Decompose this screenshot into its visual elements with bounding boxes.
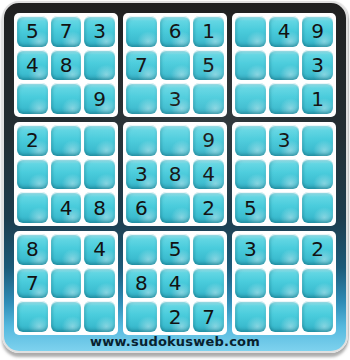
cell-r2c7[interactable] [235,50,266,81]
cell-r3c4[interactable] [126,83,157,114]
cell-r9c3[interactable] [84,301,115,332]
cell-r6c3[interactable]: 8 [84,192,115,223]
cell-r3c6[interactable] [193,83,224,114]
cell-r3c2[interactable] [51,83,82,114]
cell-r6c4[interactable]: 6 [126,192,157,223]
cell-r6c9[interactable] [302,192,333,223]
cell-r7c9[interactable]: 2 [302,234,333,265]
cell-r5c5[interactable]: 8 [160,159,191,190]
cell-r2c5[interactable] [160,50,191,81]
cell-r9c4[interactable] [126,301,157,332]
box-7: 847 [14,231,118,335]
cell-r7c1[interactable]: 8 [17,234,48,265]
cell-r7c5[interactable]: 5 [160,234,191,265]
cell-r5c4[interactable]: 3 [126,159,157,190]
cell-r4c3[interactable] [84,125,115,156]
cell-r1c3[interactable]: 3 [84,16,115,47]
sudoku-frame: 573489617534931248938462358475842732 www… [2,1,348,353]
cell-r8c2[interactable] [51,268,82,299]
footer-url[interactable]: www.sudokusweb.com [4,333,346,350]
cell-r6c2[interactable]: 4 [51,192,82,223]
cell-r8c1[interactable]: 7 [17,268,48,299]
box-5: 938462 [123,122,227,226]
cell-r3c8[interactable] [269,83,300,114]
cell-r3c7[interactable] [235,83,266,114]
cell-r6c6[interactable]: 2 [193,192,224,223]
cell-r2c2[interactable]: 8 [51,50,82,81]
cell-r8c5[interactable]: 4 [160,268,191,299]
cell-r7c4[interactable] [126,234,157,265]
cell-r8c9[interactable] [302,268,333,299]
cell-r4c7[interactable] [235,125,266,156]
cell-r3c1[interactable] [17,83,48,114]
cell-r8c6[interactable] [193,268,224,299]
cell-r9c2[interactable] [51,301,82,332]
cell-r9c7[interactable] [235,301,266,332]
cell-r8c8[interactable] [269,268,300,299]
cell-r9c8[interactable] [269,301,300,332]
cell-r4c9[interactable] [302,125,333,156]
cell-r5c8[interactable] [269,159,300,190]
cell-r3c9[interactable]: 1 [302,83,333,114]
cell-r4c6[interactable]: 9 [193,125,224,156]
cell-r4c5[interactable] [160,125,191,156]
cell-r9c9[interactable] [302,301,333,332]
cell-r1c2[interactable]: 7 [51,16,82,47]
cell-r1c8[interactable]: 4 [269,16,300,47]
cell-r2c4[interactable]: 7 [126,50,157,81]
cell-r4c4[interactable] [126,125,157,156]
cell-r2c1[interactable]: 4 [17,50,48,81]
cell-r1c7[interactable] [235,16,266,47]
sudoku-board: 573489617534931248938462358475842732 [14,13,336,335]
cell-r6c7[interactable]: 5 [235,192,266,223]
cell-r7c7[interactable]: 3 [235,234,266,265]
cell-r9c1[interactable] [17,301,48,332]
cell-r5c9[interactable] [302,159,333,190]
cell-r4c2[interactable] [51,125,82,156]
cell-r7c8[interactable] [269,234,300,265]
cell-r6c5[interactable] [160,192,191,223]
cell-r5c3[interactable] [84,159,115,190]
box-8: 58427 [123,231,227,335]
cell-r9c5[interactable]: 2 [160,301,191,332]
cell-r8c7[interactable] [235,268,266,299]
box-4: 248 [14,122,118,226]
cell-r2c9[interactable]: 3 [302,50,333,81]
cell-r1c9[interactable]: 9 [302,16,333,47]
box-3: 4931 [232,13,336,117]
cell-r1c1[interactable]: 5 [17,16,48,47]
cell-r1c5[interactable]: 6 [160,16,191,47]
cell-r7c3[interactable]: 4 [84,234,115,265]
cell-r7c6[interactable] [193,234,224,265]
box-6: 35 [232,122,336,226]
cell-r1c4[interactable] [126,16,157,47]
cell-r8c3[interactable] [84,268,115,299]
cell-r7c2[interactable] [51,234,82,265]
cell-r8c4[interactable]: 8 [126,268,157,299]
cell-r9c6[interactable]: 7 [193,301,224,332]
cell-r5c7[interactable] [235,159,266,190]
cell-r5c2[interactable] [51,159,82,190]
cell-r4c1[interactable]: 2 [17,125,48,156]
box-9: 32 [232,231,336,335]
cell-r2c8[interactable] [269,50,300,81]
cell-r2c3[interactable] [84,50,115,81]
cell-r3c5[interactable]: 3 [160,83,191,114]
box-2: 61753 [123,13,227,117]
cell-r2c6[interactable]: 5 [193,50,224,81]
cell-r6c8[interactable] [269,192,300,223]
cell-r4c8[interactable]: 3 [269,125,300,156]
cell-r3c3[interactable]: 9 [84,83,115,114]
cell-r5c6[interactable]: 4 [193,159,224,190]
cell-r6c1[interactable] [17,192,48,223]
cell-r1c6[interactable]: 1 [193,16,224,47]
cell-r5c1[interactable] [17,159,48,190]
box-1: 573489 [14,13,118,117]
